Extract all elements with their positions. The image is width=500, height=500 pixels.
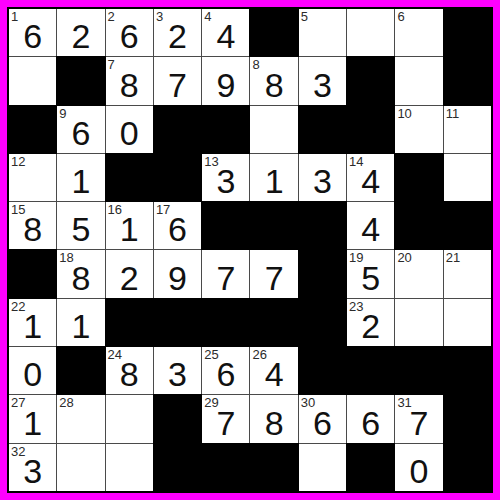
cell-r1c1[interactable]: 16 [9,9,56,56]
cell-r2c1[interactable] [9,57,56,104]
cell-digit: 2 [361,309,380,346]
black-cell-r5c10 [444,202,491,249]
black-cell-r2c8 [347,57,394,104]
cell-r6c8[interactable]: 195 [347,250,394,297]
crossnumber-grid: 1622632445678798839601011121133131441585… [7,7,493,493]
cell-digit: 9 [168,261,187,298]
cell-r6c6[interactable]: 7 [250,250,297,297]
clue-number: 9 [59,106,66,121]
clue-number: 11 [446,106,460,121]
cell-digit: 4 [361,164,380,201]
cell-digit: 1 [71,309,90,346]
cell-r10c1[interactable]: 323 [9,444,56,491]
black-cell-r3c4 [154,106,201,153]
cell-r5c4[interactable]: 176 [154,202,201,249]
cell-digit: 6 [120,19,139,56]
cell-r2c7[interactable]: 3 [299,57,346,104]
black-cell-r10c5 [202,444,249,491]
cell-r7c9[interactable] [395,299,442,346]
cell-r4c1[interactable]: 12 [9,154,56,201]
black-cell-r1c6 [250,9,297,56]
black-cell-r5c9 [395,202,442,249]
clue-number: 7 [108,57,115,72]
clue-number: 28 [59,395,73,410]
cell-r1c5[interactable]: 44 [202,9,249,56]
cell-r5c1[interactable]: 158 [9,202,56,249]
cell-digit: 3 [313,164,332,201]
cell-r3c3[interactable]: 0 [106,106,153,153]
clue-number: 21 [446,250,460,265]
cell-r5c2[interactable]: 5 [57,202,104,249]
cell-digit: 5 [71,212,90,249]
cell-r6c9[interactable]: 20 [395,250,442,297]
cell-r8c4[interactable]: 3 [154,347,201,394]
black-cell-r10c8 [347,444,394,491]
cell-digit: 7 [216,406,235,443]
cell-digit: 7 [410,406,429,443]
clue-number: 2 [108,9,115,24]
black-cell-r4c3 [106,154,153,201]
cell-digit: 6 [216,357,235,394]
cell-r9c8[interactable]: 6 [347,395,394,442]
cell-digit: 0 [120,116,139,153]
cell-r8c6[interactable]: 264 [250,347,297,394]
cell-digit: 8 [71,261,90,298]
clue-number: 26 [252,347,266,362]
cell-r1c2[interactable]: 2 [57,9,104,56]
cell-digit: 1 [23,406,42,443]
cell-r9c9[interactable]: 317 [395,395,442,442]
cell-r4c7[interactable]: 3 [299,154,346,201]
cell-r6c5[interactable]: 7 [202,250,249,297]
cell-digit: 8 [120,357,139,394]
clue-number: 1 [11,9,18,24]
cell-digit: 8 [265,68,284,105]
cell-r4c10[interactable] [444,154,491,201]
cell-r10c7[interactable] [299,444,346,491]
cell-digit: 7 [216,261,235,298]
cell-digit: 2 [168,19,187,56]
cell-r3c2[interactable]: 96 [57,106,104,153]
cell-r3c10[interactable]: 11 [444,106,491,153]
black-cell-r8c7 [299,347,346,394]
cell-r5c3[interactable]: 161 [106,202,153,249]
cell-r1c3[interactable]: 26 [106,9,153,56]
cell-digit: 1 [120,212,139,249]
cell-digit: 7 [168,68,187,105]
black-cell-r9c10 [444,395,491,442]
clue-number: 18 [59,250,73,265]
cell-digit: 4 [265,357,284,394]
cell-r7c1[interactable]: 221 [9,299,56,346]
cell-digit: 0 [410,454,429,491]
cell-r4c2[interactable]: 1 [57,154,104,201]
clue-number: 13 [204,154,218,169]
cell-r3c9[interactable]: 10 [395,106,442,153]
clue-number: 30 [301,395,315,410]
cell-r1c7[interactable]: 5 [299,9,346,56]
cell-r8c1[interactable]: 0 [9,347,56,394]
cell-digit: 1 [265,164,284,201]
cell-r1c8[interactable] [347,9,394,56]
cell-digit: 6 [313,406,332,443]
cell-r9c1[interactable]: 271 [9,395,56,442]
cell-digit: 7 [265,261,284,298]
black-cell-r9c4 [154,395,201,442]
clue-number: 23 [349,299,363,314]
cell-r10c3[interactable] [106,444,153,491]
cell-r7c2[interactable]: 1 [57,299,104,346]
black-cell-r3c7 [299,106,346,153]
black-cell-r2c10 [444,57,491,104]
cell-r10c2[interactable] [57,444,104,491]
clue-number: 12 [11,154,25,169]
black-cell-r10c6 [250,444,297,491]
cell-digit: 3 [168,357,187,394]
clue-number: 6 [397,9,404,24]
black-cell-r2c2 [57,57,104,104]
clue-number: 8 [252,57,259,72]
black-cell-r6c7 [299,250,346,297]
black-cell-r3c1 [9,106,56,153]
black-cell-r7c4 [154,299,201,346]
black-cell-r3c8 [347,106,394,153]
black-cell-r10c4 [154,444,201,491]
cell-r2c4[interactable]: 7 [154,57,201,104]
cell-r7c10[interactable] [444,299,491,346]
cell-r9c5[interactable]: 297 [202,395,249,442]
clue-number: 25 [204,347,218,362]
cell-digit: 8 [265,406,284,443]
cell-digit: 1 [71,164,90,201]
cell-digit: 4 [216,19,235,56]
cell-r9c3[interactable] [106,395,153,442]
clue-number: 20 [397,250,411,265]
cell-r1c9[interactable]: 6 [395,9,442,56]
clue-number: 17 [156,202,170,217]
clue-number: 19 [349,250,363,265]
black-cell-r5c7 [299,202,346,249]
clue-number: 29 [204,395,218,410]
cell-r9c6[interactable]: 8 [250,395,297,442]
cell-digit: 3 [23,454,42,491]
clue-number: 27 [11,395,25,410]
black-cell-r10c10 [444,444,491,491]
black-cell-r7c3 [106,299,153,346]
clue-number: 3 [156,9,163,24]
black-cell-r1c10 [444,9,491,56]
cell-r6c2[interactable]: 188 [57,250,104,297]
black-cell-r8c10 [444,347,491,394]
black-cell-r6c1 [9,250,56,297]
black-cell-r5c5 [202,202,249,249]
black-cell-r4c4 [154,154,201,201]
clue-number: 15 [11,202,25,217]
cell-r5c8[interactable]: 4 [347,202,394,249]
clue-number: 16 [108,202,122,217]
cell-r3c6[interactable] [250,106,297,153]
cell-r4c5[interactable]: 133 [202,154,249,201]
cell-digit: 8 [120,68,139,105]
clue-number: 32 [11,444,25,459]
cell-digit: 6 [23,19,42,56]
cell-r8c3[interactable]: 248 [106,347,153,394]
cell-digit: 3 [216,164,235,201]
black-cell-r7c5 [202,299,249,346]
black-cell-r3c5 [202,106,249,153]
black-cell-r5c6 [250,202,297,249]
clue-number: 5 [301,9,308,24]
cell-digit: 4 [361,212,380,249]
cell-r6c10[interactable]: 21 [444,250,491,297]
cell-r9c2[interactable]: 28 [57,395,104,442]
cell-digit: 6 [361,406,380,443]
cell-digit: 5 [361,261,380,298]
clue-number: 22 [11,299,25,314]
clue-number: 31 [397,395,411,410]
cell-r6c3[interactable]: 2 [106,250,153,297]
black-cell-r8c9 [395,347,442,394]
cell-digit: 1 [23,309,42,346]
cell-r2c6[interactable]: 88 [250,57,297,104]
cell-r2c9[interactable] [395,57,442,104]
clue-number: 24 [108,347,122,362]
cell-digit: 9 [216,68,235,105]
cell-digit: 6 [71,116,90,153]
cell-digit: 2 [71,19,90,56]
black-cell-r4c9 [395,154,442,201]
cell-r9c7[interactable]: 306 [299,395,346,442]
clue-number: 14 [349,154,363,169]
clue-number: 10 [397,106,411,121]
cell-r6c4[interactable]: 9 [154,250,201,297]
cell-digit: 6 [168,212,187,249]
black-cell-r7c7 [299,299,346,346]
cell-r4c8[interactable]: 144 [347,154,394,201]
cell-digit: 0 [23,357,42,394]
black-cell-r7c6 [250,299,297,346]
cell-r10c9[interactable]: 0 [395,444,442,491]
cell-r1c4[interactable]: 32 [154,9,201,56]
cell-r8c5[interactable]: 256 [202,347,249,394]
cell-r7c8[interactable]: 232 [347,299,394,346]
magenta-frame: 1622632445678798839601011121133131441585… [0,0,500,500]
cell-digit: 2 [120,261,139,298]
black-cell-r8c8 [347,347,394,394]
black-cell-r8c2 [57,347,104,394]
cell-digit: 8 [23,212,42,249]
cell-digit: 3 [313,68,332,105]
cell-r4c6[interactable]: 1 [250,154,297,201]
clue-number: 4 [204,9,211,24]
cell-r2c5[interactable]: 9 [202,57,249,104]
cell-r2c3[interactable]: 78 [106,57,153,104]
